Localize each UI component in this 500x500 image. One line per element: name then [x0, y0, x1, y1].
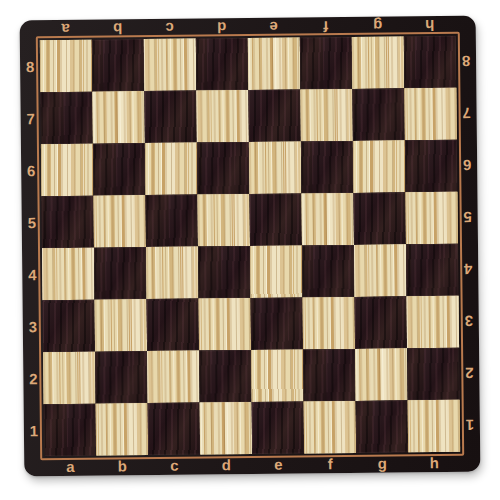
square-c7[interactable]	[144, 91, 197, 144]
square-a1[interactable]	[44, 404, 97, 457]
square-c1[interactable]	[148, 403, 201, 456]
square-f2[interactable]	[303, 349, 356, 402]
rank-label-right-4: 4	[458, 244, 479, 296]
file-label-bottom-b: b	[96, 455, 148, 476]
square-h1[interactable]	[408, 400, 461, 453]
square-c8[interactable]	[144, 39, 197, 92]
square-f1[interactable]	[304, 401, 357, 454]
square-b7[interactable]	[92, 91, 145, 144]
rank-label-right-2: 2	[459, 348, 480, 400]
square-e5[interactable]	[249, 193, 302, 246]
file-label-top-g: g	[352, 16, 404, 37]
file-label-top-a: a	[40, 20, 92, 41]
square-f6[interactable]	[301, 141, 354, 194]
file-label-top-b: b	[92, 19, 144, 40]
square-d7[interactable]	[196, 90, 249, 143]
rank-label-right-7: 7	[456, 88, 477, 140]
file-label-bottom-d: d	[200, 454, 252, 475]
square-h3[interactable]	[407, 296, 460, 349]
square-d5[interactable]	[197, 194, 250, 247]
square-h7[interactable]	[404, 88, 457, 141]
square-a2[interactable]	[43, 352, 96, 405]
rank-label-left-2: 2	[23, 352, 44, 404]
file-label-bottom-g: g	[356, 452, 408, 473]
square-a6[interactable]	[41, 144, 94, 197]
square-d2[interactable]	[199, 350, 252, 403]
square-c2[interactable]	[147, 351, 200, 404]
rank-label-left-1: 1	[24, 404, 45, 456]
square-g3[interactable]	[355, 296, 408, 349]
square-a5[interactable]	[41, 196, 94, 249]
square-e3[interactable]	[251, 297, 304, 350]
square-d1[interactable]	[200, 402, 253, 455]
file-label-bottom-f: f	[304, 453, 356, 474]
rank-label-right-1: 1	[460, 400, 481, 452]
square-e2[interactable]	[251, 349, 304, 402]
square-a3[interactable]	[43, 300, 96, 353]
rank-label-left-5: 5	[21, 196, 42, 248]
square-b5[interactable]	[93, 195, 146, 248]
square-g5[interactable]	[353, 192, 406, 245]
file-label-bottom-e: e	[252, 453, 304, 474]
square-b2[interactable]	[95, 351, 148, 404]
square-h2[interactable]	[407, 348, 460, 401]
rank-label-right-6: 6	[457, 140, 478, 192]
rank-label-left-6: 6	[21, 144, 42, 196]
square-e8[interactable]	[248, 37, 301, 90]
square-b1[interactable]	[96, 403, 149, 456]
file-label-top-f: f	[300, 17, 352, 38]
square-c4[interactable]	[146, 247, 199, 300]
square-h8[interactable]	[404, 36, 457, 89]
square-f3[interactable]	[303, 297, 356, 350]
square-b8[interactable]	[92, 39, 145, 92]
rank-label-right-5: 5	[457, 192, 478, 244]
square-e7[interactable]	[248, 89, 301, 142]
chess-board: abcdefgh abcdefgh 87654321 87654321	[20, 16, 481, 477]
square-d3[interactable]	[199, 298, 252, 351]
square-c5[interactable]	[145, 195, 198, 248]
square-c3[interactable]	[147, 299, 200, 352]
rank-label-left-8: 8	[20, 40, 41, 92]
file-label-bottom-c: c	[148, 455, 200, 476]
square-e4[interactable]	[250, 245, 303, 298]
square-g6[interactable]	[353, 140, 406, 193]
file-label-top-d: d	[196, 18, 248, 39]
square-g7[interactable]	[352, 88, 405, 141]
file-label-top-e: e	[248, 17, 300, 38]
square-g2[interactable]	[355, 348, 408, 401]
square-g1[interactable]	[356, 400, 409, 453]
square-a8[interactable]	[40, 40, 93, 93]
square-b3[interactable]	[95, 299, 148, 352]
square-f5[interactable]	[301, 193, 354, 246]
square-d4[interactable]	[198, 246, 251, 299]
square-e1[interactable]	[252, 401, 305, 454]
square-f7[interactable]	[300, 89, 353, 142]
rank-label-left-7: 7	[20, 92, 41, 144]
square-d6[interactable]	[197, 142, 250, 195]
square-a4[interactable]	[42, 248, 95, 301]
file-label-top-h: h	[404, 16, 456, 37]
square-b6[interactable]	[93, 143, 146, 196]
file-label-bottom-a: a	[44, 456, 96, 477]
file-label-bottom-h: h	[408, 452, 460, 473]
square-f4[interactable]	[302, 245, 355, 298]
square-g4[interactable]	[354, 244, 407, 297]
square-a7[interactable]	[40, 92, 93, 145]
square-g8[interactable]	[352, 36, 405, 89]
rank-label-left-4: 4	[22, 248, 43, 300]
square-d8[interactable]	[196, 38, 249, 91]
board-squares	[40, 36, 460, 456]
file-label-top-c: c	[144, 19, 196, 40]
rank-label-left-3: 3	[23, 300, 44, 352]
rank-label-right-8: 8	[456, 36, 477, 88]
square-h4[interactable]	[406, 244, 459, 297]
square-h6[interactable]	[405, 140, 458, 193]
square-c6[interactable]	[145, 143, 198, 196]
square-b4[interactable]	[94, 247, 147, 300]
rank-label-right-3: 3	[459, 296, 480, 348]
square-h5[interactable]	[405, 192, 458, 245]
square-f8[interactable]	[300, 37, 353, 90]
square-e6[interactable]	[249, 141, 302, 194]
photo-background: abcdefgh abcdefgh 87654321 87654321	[0, 0, 500, 500]
